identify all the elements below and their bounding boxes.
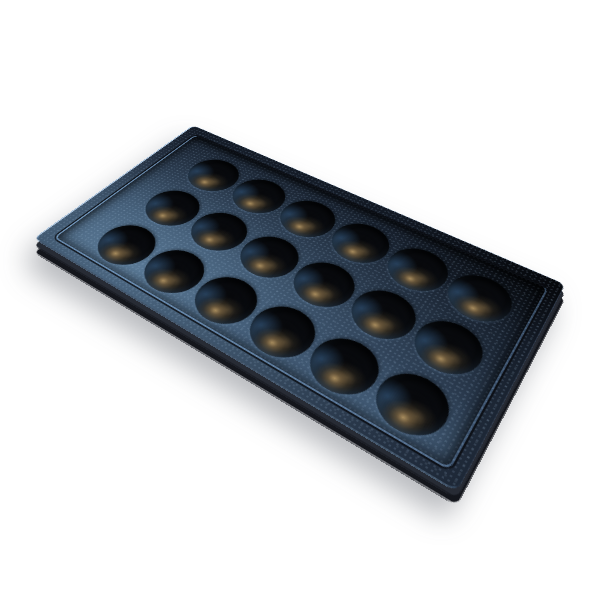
board-shadow-wrap <box>0 0 600 600</box>
board-floor <box>53 135 548 471</box>
photo-stage <box>0 0 600 600</box>
mancala-board <box>33 125 566 493</box>
